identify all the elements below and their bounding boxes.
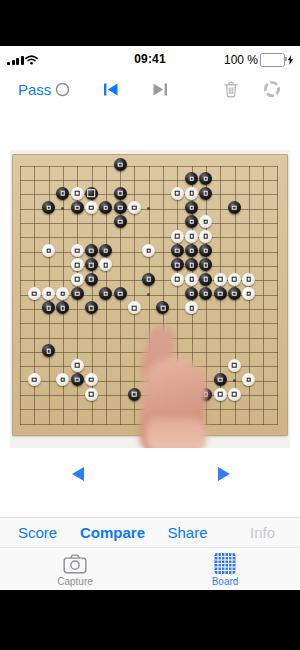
battery-icon [260, 53, 285, 67]
tab-bar: Capture Board [0, 548, 300, 590]
detected-stone-marker [61, 191, 66, 196]
stone-black [71, 201, 84, 214]
detected-stone-marker [218, 291, 223, 296]
detected-stone-marker [175, 248, 180, 253]
stone-black [171, 258, 184, 271]
detected-stone-marker [118, 162, 123, 167]
stone-white [228, 359, 241, 372]
detected-stone-marker [189, 306, 194, 311]
stone-black [199, 273, 212, 286]
detected-stone-marker [118, 205, 123, 210]
stone-white [128, 301, 141, 314]
board-photo [10, 150, 290, 448]
status-bar: 09:41 100 % [0, 46, 300, 72]
stone-white [28, 373, 41, 386]
charging-bolt-icon [287, 55, 294, 65]
detected-stone-marker [204, 191, 209, 196]
detected-stone-marker [46, 306, 51, 311]
score-button[interactable]: Score [0, 524, 75, 541]
stone-black [99, 287, 112, 300]
next-move-arrow[interactable] [218, 467, 230, 481]
stone-white [228, 273, 241, 286]
stone-white [99, 258, 112, 271]
detected-stone-marker [189, 191, 194, 196]
stone-white [142, 244, 155, 257]
toolbar: Pass [0, 72, 300, 110]
circle-icon[interactable] [55, 82, 70, 97]
stone-white [28, 287, 41, 300]
detected-stone-marker [88, 189, 96, 197]
stone-white [56, 287, 69, 300]
detected-stone-marker [118, 191, 123, 196]
stone-black [42, 201, 55, 214]
detected-stone-marker [118, 220, 123, 225]
detected-stone-marker [75, 291, 80, 296]
detected-stone-marker [189, 177, 194, 182]
detected-stone-marker [89, 205, 94, 210]
stone-black [56, 187, 69, 200]
stone-black [42, 301, 55, 314]
go-board-grid-icon [213, 552, 237, 575]
stone-black [71, 287, 84, 300]
stone-black [199, 172, 212, 185]
detected-stone-marker [132, 392, 137, 397]
share-button[interactable]: Share [150, 524, 225, 541]
detected-stone-marker [246, 291, 251, 296]
stone-white [171, 273, 184, 286]
detected-stone-marker [89, 277, 94, 282]
stone-white [199, 230, 212, 243]
stone-white [228, 388, 241, 401]
detected-stone-marker [146, 248, 151, 253]
stone-white [185, 230, 198, 243]
stone-black [71, 373, 84, 386]
compare-button[interactable]: Compare [75, 524, 150, 541]
top-letterbox [0, 0, 300, 46]
stone-black [142, 273, 155, 286]
stone-black [85, 301, 98, 314]
stone-black [185, 172, 198, 185]
stone-black [156, 301, 169, 314]
stone-black [185, 244, 198, 257]
stone-black [171, 244, 184, 257]
detected-stone-marker [75, 248, 80, 253]
tab-capture-label: Capture [57, 576, 93, 587]
stone-black [114, 201, 127, 214]
detected-stone-marker [32, 377, 37, 382]
detected-stone-marker [204, 277, 209, 282]
detected-stone-marker [103, 248, 108, 253]
detected-stone-marker [189, 291, 194, 296]
detected-stone-marker [175, 234, 180, 239]
stone-white [85, 201, 98, 214]
stone-white [56, 373, 69, 386]
detected-stone-marker [246, 277, 251, 282]
stone-white [185, 301, 198, 314]
skip-forward-icon[interactable] [152, 82, 169, 97]
stone-black [99, 244, 112, 257]
previous-move-arrow[interactable] [72, 467, 84, 481]
stone-white [185, 187, 198, 200]
player-hand [146, 418, 206, 448]
detect-loop-icon[interactable] [262, 79, 282, 99]
stone-white [42, 287, 55, 300]
stone-white [171, 187, 184, 200]
detected-stone-marker [246, 377, 251, 382]
stone-black [199, 244, 212, 257]
detected-stone-marker [75, 205, 80, 210]
detected-stone-marker [232, 291, 237, 296]
detected-stone-marker [232, 205, 237, 210]
camera-icon [62, 552, 88, 575]
detected-stone-marker [204, 263, 209, 268]
stone-white [42, 244, 55, 257]
detected-stone-marker [89, 263, 94, 268]
detected-stone-marker [218, 277, 223, 282]
detected-stone-marker [232, 277, 237, 282]
detected-stone-marker [75, 377, 80, 382]
tab-board[interactable]: Board [150, 548, 300, 590]
stone-black [214, 373, 227, 386]
pass-button[interactable]: Pass [18, 81, 51, 98]
detected-stone-marker [204, 177, 209, 182]
detected-stone-marker [175, 191, 180, 196]
stone-black [185, 287, 198, 300]
stone-black [99, 201, 112, 214]
detected-stone-marker [61, 377, 66, 382]
detected-stone-marker [118, 291, 123, 296]
detected-stone-marker [204, 220, 209, 225]
stone-white [71, 244, 84, 257]
detected-stone-marker [32, 291, 37, 296]
detected-stone-marker [204, 248, 209, 253]
stone-black [85, 187, 98, 200]
detected-stone-marker [189, 263, 194, 268]
detected-stone-marker [218, 392, 223, 397]
detected-stone-marker [75, 191, 80, 196]
tab-capture[interactable]: Capture [0, 548, 150, 590]
stone-black [85, 244, 98, 257]
stone-black [114, 187, 127, 200]
detected-stone-marker [175, 263, 180, 268]
info-button: Info [225, 524, 300, 541]
stone-white [85, 388, 98, 401]
stone-white [85, 373, 98, 386]
stone-black [199, 187, 212, 200]
stone-black [228, 287, 241, 300]
action-row: Score Compare Share Info [0, 517, 300, 548]
stone-black [185, 258, 198, 271]
bottom-letterbox [0, 590, 300, 650]
detected-stone-marker [189, 248, 194, 253]
detected-stone-marker [89, 248, 94, 253]
battery-percent: 100 % [224, 53, 258, 67]
detected-stone-marker [232, 392, 237, 397]
stone-white [199, 215, 212, 228]
stone-white [71, 258, 84, 271]
detected-stone-marker [103, 263, 108, 268]
detected-stone-marker [75, 263, 80, 268]
stone-white [128, 201, 141, 214]
detected-stone-marker [132, 306, 137, 311]
stone-black [185, 215, 198, 228]
stone-black [56, 301, 69, 314]
detected-stone-marker [89, 306, 94, 311]
detected-stone-marker [146, 277, 151, 282]
stone-black [128, 388, 141, 401]
tab-board-label: Board [212, 576, 239, 587]
trash-icon[interactable] [221, 79, 241, 100]
detected-stone-marker [103, 291, 108, 296]
detected-stone-marker [189, 234, 194, 239]
detected-stone-marker [46, 205, 51, 210]
detected-stone-marker [75, 363, 80, 368]
detected-stone-marker [204, 291, 209, 296]
battery-status: 100 % [224, 53, 294, 67]
stone-white [242, 273, 255, 286]
detected-stone-marker [46, 291, 51, 296]
stone-black [85, 258, 98, 271]
detected-stone-marker [46, 248, 51, 253]
stone-white [71, 273, 84, 286]
stone-white [171, 230, 184, 243]
stone-white [214, 273, 227, 286]
skip-back-icon[interactable] [102, 82, 119, 97]
stone-black [114, 158, 127, 171]
stone-white [71, 359, 84, 372]
stone-black [228, 201, 241, 214]
detected-stone-marker [161, 306, 166, 311]
detected-stone-marker [103, 205, 108, 210]
detected-stone-marker [132, 205, 137, 210]
detected-stone-marker [75, 277, 80, 282]
stone-black [114, 215, 127, 228]
stone-black [214, 287, 227, 300]
stone-white [71, 187, 84, 200]
stone-white [242, 373, 255, 386]
detected-stone-marker [175, 277, 180, 282]
detected-stone-marker [61, 291, 66, 296]
stone-black [42, 344, 55, 357]
stone-white [242, 287, 255, 300]
stone-black [114, 287, 127, 300]
stone-white [185, 273, 198, 286]
detected-stone-marker [232, 363, 237, 368]
detected-stone-marker [89, 377, 94, 382]
detected-stone-marker [89, 392, 94, 397]
detected-stone-marker [204, 234, 209, 239]
detected-stone-marker [189, 205, 194, 210]
stone-black [185, 201, 198, 214]
stone-black [199, 287, 212, 300]
detected-stone-marker [46, 349, 51, 354]
stone-black [85, 273, 98, 286]
detected-stone-marker [61, 306, 66, 311]
detected-stone-marker [189, 220, 194, 225]
stone-black [199, 258, 212, 271]
detected-stone-marker [189, 277, 194, 282]
detected-stone-marker [218, 377, 223, 382]
stone-white [214, 388, 227, 401]
